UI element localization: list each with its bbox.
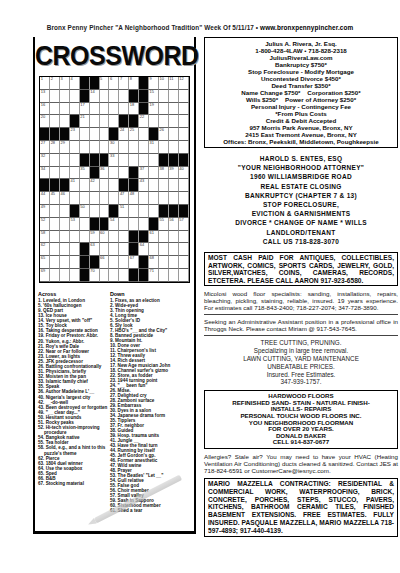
grid-cell[interactable]: 12 [179,77,189,90]
cell-number: 18 [130,103,134,107]
grid-cell[interactable]: 3 [60,77,70,90]
black-square [80,243,90,256]
grid-cell[interactable] [80,128,90,141]
grid-cell[interactable]: 43 [139,179,149,192]
grid-cell[interactable]: 1 [40,77,50,90]
header-text: Bronx Penny Pincher "A Neighborhood Trad… [47,24,258,31]
cell-number: 35 [80,167,84,171]
cell-number: 20 [41,115,45,119]
cell-number: 31 [150,141,154,145]
grid-cell[interactable] [60,103,70,116]
grid-cell[interactable] [139,218,149,231]
ad-line: HAROLD S. ENTES, ESQ [204,154,398,163]
cell-number: 11 [169,77,173,81]
grid-cell[interactable] [169,256,179,269]
ad-line: JuliusRiveraLaw.com [208,54,394,61]
grid-cell[interactable]: 6 [109,77,119,90]
grid-cell[interactable] [70,256,80,269]
grid-cell[interactable]: 41 [70,179,80,192]
ad-line: *From Plus Costs [208,110,394,117]
grid-cell[interactable] [100,90,110,103]
grid-cell[interactable] [179,231,189,244]
cell-number: 64 [140,243,144,247]
cell-number: 71 [150,269,154,273]
grid-cell[interactable]: 64 [139,243,149,256]
grid-cell[interactable] [70,141,80,154]
crossword-panel: CROSSWORD 123456789101112131415161718192… [33,37,196,534]
grid-cell[interactable]: 10 [159,77,169,90]
grid-cell[interactable] [169,128,179,141]
header-url[interactable]: www.bronxpennypincher.com [260,24,353,31]
grid-cell[interactable]: 32 [40,154,50,167]
cell-number: 30 [110,141,114,145]
black-square [139,90,149,103]
cell-number: 33 [110,154,114,158]
grid-cell[interactable] [159,90,169,103]
grid-cell[interactable] [159,192,169,205]
cell-number: 42 [90,179,94,183]
grid-cell[interactable] [139,205,149,218]
black-square [80,256,90,269]
grid-cell[interactable]: 25 [129,128,139,141]
grid-cell[interactable] [109,90,119,103]
grid-cell[interactable] [90,192,100,205]
grid-cell[interactable]: 46 [60,192,70,205]
grid-cell[interactable] [169,179,179,192]
black-square [109,205,119,218]
grid-cell[interactable]: 29 [60,141,70,154]
ad-harold-entes: HAROLD S. ENTES, ESQ"YOUR NEIGHBORHOOD A… [204,154,398,246]
cell-number: 68 [150,256,154,260]
grid-cell[interactable]: 67 [129,256,139,269]
grid-cell[interactable] [100,128,110,141]
grid-cell[interactable]: 2 [50,77,60,90]
grid-cell[interactable] [129,141,139,154]
grid-cell[interactable] [70,269,80,282]
ad-line: 1-800-428-4LAW • 718-828-2318 [208,47,394,54]
grid-cell[interactable]: 57 [179,218,189,231]
grid-cell[interactable] [50,256,60,269]
grid-cell[interactable] [159,179,169,192]
grid-cell[interactable] [119,167,129,180]
grid-cell[interactable]: 38 [159,167,169,180]
grid-cell[interactable] [169,103,179,116]
cell-number: 44 [41,192,45,196]
ad-line: CALL US 718-828-3070 [204,237,398,246]
ad-micolosi-floors: Micolosi wood floor specialists: sanding… [204,290,398,315]
cell-number: 28 [51,141,55,145]
grid-cell[interactable] [70,90,80,103]
grid-cell[interactable] [50,154,60,167]
grid-cell[interactable] [179,256,189,269]
grid-cell[interactable]: 39 [169,167,179,180]
cell-number: 59 [90,231,94,235]
ad-line: Credit & Debit Accepted [208,117,394,124]
grid-cell[interactable]: 21 [80,115,90,128]
grid-cell[interactable] [119,103,129,116]
grid-cell[interactable] [100,103,110,116]
grid-cell[interactable]: 34 [40,167,50,180]
ad-line: Name Change $750* Corporation $250* [208,89,394,96]
grid-cell[interactable] [60,231,70,244]
cell-number: 69 [41,269,45,273]
cell-number: 51 [120,205,124,209]
grid-cell[interactable] [60,256,70,269]
grid-cell[interactable] [129,205,139,218]
clue-section: Across 1. Leveled, in London5. '60s hall… [38,291,191,513]
black-square [139,269,149,282]
cell-number: 29 [61,141,65,145]
grid-cell[interactable] [139,141,149,154]
cell-number: 9 [150,77,152,81]
grid-cell[interactable] [159,141,169,154]
page-header: Bronx Penny Pincher "A Neighborhood Trad… [0,24,400,31]
cell-number: 62 [41,243,45,247]
across-list: 1. Leveled, in London5. '60s hallucinoge… [38,298,110,486]
grid-cell[interactable]: 53 [70,218,80,231]
grid-cell[interactable] [169,231,179,244]
grid-cell[interactable] [70,231,80,244]
black-square [80,269,90,282]
grid-cell[interactable]: 35 [80,167,90,180]
black-square [169,205,179,218]
cell-number: 67 [130,256,134,260]
grid-cell[interactable] [169,243,179,256]
grid-cell[interactable]: 61 [149,231,159,244]
grid-cell[interactable] [159,256,169,269]
grid-cell[interactable]: 45 [50,192,60,205]
ad-line: CELL 914-837-0677 [208,439,394,446]
grid-cell[interactable] [90,205,100,218]
ad-line: BANKRUPTCY (CHAPTER 7 & 13) [204,191,398,200]
grid-cell[interactable] [179,90,189,103]
cell-number: 39 [169,167,173,171]
grid-cell[interactable] [179,243,189,256]
ad-line: Deed Transfer $350* [208,82,394,89]
grid-cell[interactable] [100,269,110,282]
ad-line: 2415 East Tremont Avenue, Bronx, NY [208,131,394,138]
grid-cell[interactable] [129,154,139,167]
black-square [100,218,110,231]
cell-number: 50 [80,205,84,209]
cell-number: 41 [70,179,74,183]
black-square [80,154,90,167]
cell-number: 16 [41,103,45,107]
grid-cell[interactable] [139,192,149,205]
black-square [70,205,80,218]
cell-number: 54 [110,218,114,222]
cell-number: 43 [140,179,144,183]
cell-number: 1 [41,77,43,81]
grid-cell[interactable] [80,231,90,244]
ad-hardwood-floors: HARDWOOD FLOORSREFINISHED SAND- STAIN - … [204,390,398,449]
grid-cell[interactable] [179,115,189,128]
grid-cell[interactable] [60,90,70,103]
grid-cell[interactable]: 30 [109,141,119,154]
grid-cell[interactable] [149,205,159,218]
grid-cell[interactable] [149,192,159,205]
grid-cell[interactable] [119,141,129,154]
grid-cell[interactable] [50,103,60,116]
grid-cell[interactable]: 40 [179,167,189,180]
grid-cell[interactable] [50,90,60,103]
grid-cell[interactable] [169,192,179,205]
grid-cell[interactable] [70,243,80,256]
grid-cell[interactable] [109,103,119,116]
clue-item: 52. Hi-tech vision-improving procedure [38,425,110,435]
grid-cell[interactable]: 42 [90,179,100,192]
grid-cell[interactable] [179,179,189,192]
grid-cell[interactable]: 26 [159,128,169,141]
grid-cell[interactable]: 23 [70,128,80,141]
grid-cell[interactable] [119,269,129,282]
black-square [139,77,149,90]
cell-number: 37 [140,167,144,171]
grid-cell[interactable] [169,141,179,154]
grid-cell[interactable]: 50 [80,205,90,218]
cell-number: 23 [70,128,74,132]
grid-cell[interactable]: 70 [90,269,100,282]
grid-cell[interactable]: 19 [149,103,159,116]
ad-line: Julius A. Rivera, Jr. Esq. [208,40,394,47]
ad-line: UNBEATABLE PRICES. [204,363,398,371]
grid-cell[interactable] [149,115,159,128]
grid-cell[interactable] [50,231,60,244]
grid-cell[interactable] [119,90,129,103]
grid-cell[interactable]: 14 [90,90,100,103]
down-header: Down [110,291,191,297]
grid-cell[interactable] [80,179,90,192]
down-column: Down 1. Fixes, as an election2. Wide-eye… [110,291,191,513]
grid-cell[interactable] [100,192,110,205]
ad-line: "YOUR NEIGHBORHOOD ATTORNEY" [204,163,398,172]
grid-cell[interactable] [109,167,119,180]
grid-cell[interactable] [179,103,189,116]
grid-cell[interactable] [149,179,159,192]
grid-cell[interactable] [100,205,110,218]
grid-cell[interactable]: 22 [139,115,149,128]
grid-cell[interactable] [70,192,80,205]
grid-cell[interactable] [169,90,179,103]
ad-line: TREE CUTTING, PRUNING. [204,339,398,347]
grid-cell[interactable]: 60 [100,231,110,244]
cell-number: 47 [120,192,124,196]
grid-cell[interactable] [60,269,70,282]
black-square [159,154,169,167]
grid-cell[interactable] [119,218,129,231]
black-square [179,205,189,218]
grid-cell[interactable] [129,218,139,231]
grid-cell[interactable] [169,115,179,128]
ad-line: DIVORCE * CHANGE OF NAME * WILLS [204,218,398,227]
grid-cell[interactable] [80,218,90,231]
grid-cell[interactable]: 48 [129,192,139,205]
grid-cell[interactable] [149,167,159,180]
ad-line: Offices: Bronx, Peekskill, Middletown, P… [208,138,394,145]
black-square [129,269,139,282]
ad-line: Personal Injury - Contingency Fee [208,103,394,110]
ad-line: REAL ESTATE CLOSING [204,182,398,191]
cell-number: 24 [120,128,124,132]
newspaper-page: Bronx Penny Pincher "A Neighborhood Trad… [0,0,400,573]
black-square [169,154,179,167]
grid-cell[interactable]: 69 [40,269,50,282]
ad-line: LAWN CUTTING, YARD MAINTENANCE [204,355,398,363]
grid-cell[interactable] [50,167,60,180]
grid-cell[interactable] [159,231,169,244]
grid-cell[interactable] [60,218,70,231]
ad-line: Bankruptcy $750* [208,61,394,68]
grid-cell[interactable] [100,115,110,128]
grid-cell[interactable] [90,141,100,154]
grid-cell[interactable] [179,269,189,282]
clue-item: 58. Sold, e.g., and a hint to this puzzl… [38,445,110,455]
grid-cell[interactable] [109,269,119,282]
grid-cell[interactable] [80,141,90,154]
grid-cell[interactable]: 33 [109,154,119,167]
grid-cell[interactable] [50,115,60,128]
grid-cell[interactable] [109,243,119,256]
cell-number: 15 [150,90,154,94]
grid-cell[interactable] [139,128,149,141]
grid-cell[interactable] [70,154,80,167]
grid-cell[interactable]: 11 [169,77,179,90]
cell-number: 57 [179,218,183,222]
cell-number: 10 [159,77,163,81]
grid-cell[interactable] [50,205,60,218]
grid-cell[interactable] [179,192,189,205]
grid-cell[interactable] [90,115,100,128]
cell-number: 53 [70,218,74,222]
grid-cell[interactable] [60,115,70,128]
cell-number: 8 [130,77,132,81]
ad-line: 347-939-1757. [204,378,398,386]
cell-number: 5 [100,77,102,81]
grid-cell[interactable] [159,243,169,256]
ad-line: Stop Foreclosure - Modify Mortgage [208,68,394,75]
grid-cell[interactable] [60,243,70,256]
down-list: 1. Fixes, as an election2. Wide-eyed3. T… [110,298,191,513]
cell-number: 49 [41,205,45,209]
grid-cell[interactable]: 56 [169,218,179,231]
grid-cell[interactable] [90,103,100,116]
grid-cell[interactable] [119,231,129,244]
grid-cell[interactable] [70,103,80,116]
grid-cell[interactable] [159,103,169,116]
ad-line: Insured. Free Estimates. [204,371,398,379]
across-column: Across 1. Leveled, in London5. '60s hall… [38,291,110,513]
grid-cell[interactable] [100,179,110,192]
cell-number: 26 [159,128,163,132]
grid-cell[interactable] [179,141,189,154]
grid-cell[interactable]: 54 [109,218,119,231]
crossword-grid[interactable]: 1234567891011121314151617181920212223242… [39,76,190,283]
grid-cell[interactable]: 20 [40,115,50,128]
grid-cell[interactable]: 63 [90,243,100,256]
grid-cell[interactable]: 9 [149,77,159,90]
grid-cell[interactable]: 5 [100,77,110,90]
grid-cell[interactable] [90,128,100,141]
grid-cell[interactable] [119,256,129,269]
cell-number: 32 [41,154,45,158]
grid-cell[interactable]: 52 [40,218,50,231]
cell-number: 52 [41,218,45,222]
cell-number: 13 [41,90,45,94]
grid-cell[interactable] [169,269,179,282]
cell-number: 4 [70,77,72,81]
ad-line: EVICTION & GARNISHMENTS [204,209,398,218]
grid-cell[interactable]: 27 [40,141,50,154]
grid-cell[interactable]: 31 [149,141,159,154]
cell-number: 25 [130,128,134,132]
grid-cell[interactable]: 55 [159,218,169,231]
cell-number: 36 [100,167,104,171]
grid-cell[interactable] [109,231,119,244]
grid-cell[interactable] [179,128,189,141]
grid-cell[interactable] [50,243,60,256]
grid-cell[interactable] [119,243,129,256]
grid-cell[interactable]: 71 [149,269,159,282]
ad-line: Wills $250* Power of Attorney $250* [208,96,394,103]
grid-cell[interactable] [50,218,60,231]
black-square [90,218,100,231]
across-header: Across [38,291,110,297]
grid-cell[interactable]: 4 [70,77,80,90]
grid-cell[interactable]: 36 [100,167,110,180]
grid-cell[interactable] [100,141,110,154]
ad-line: 1960 WILLIAMSBRIDGE ROAD [204,172,398,181]
grid-cell[interactable] [60,167,70,180]
grid-cell[interactable]: 66 [100,256,110,269]
grid-cell[interactable] [60,205,70,218]
grid-cell[interactable]: 8 [129,77,139,90]
grid-cell[interactable] [60,154,70,167]
grid-cell[interactable] [109,179,119,192]
ad-line: 957 Morris Park Avenue, Bronx, NY [208,124,394,131]
grid-cell[interactable] [149,154,159,167]
grid-cell[interactable]: 28 [50,141,60,154]
grid-cell[interactable] [109,192,119,205]
cell-number: 56 [169,218,173,222]
cell-number: 40 [179,167,183,171]
grid-cell[interactable] [109,115,119,128]
cell-number: 63 [90,243,94,247]
grid-cell[interactable] [119,154,129,167]
cell-number: 60 [100,231,104,235]
grid-cell[interactable]: 49 [40,205,50,218]
grid-cell[interactable] [109,256,119,269]
grid-cell[interactable]: 51 [119,205,129,218]
grid-cell[interactable]: 15 [149,90,159,103]
grid-cell[interactable] [50,269,60,282]
black-square [179,154,189,167]
cell-number: 21 [80,115,84,119]
cell-number: 61 [150,231,154,235]
cell-number: 7 [120,77,122,81]
ad-mario-mazzella: MARIO MAZZELLA CONTRACTING: RESIDENTIAL … [204,478,398,537]
clue-item: 67. Stocking material [38,481,110,486]
grid-cell[interactable]: 7 [119,77,129,90]
grid-cell[interactable]: 13 [40,90,50,103]
grid-cell[interactable] [139,154,149,167]
ad-hvac-ducts: Allergies? Stale air? You may need to ha… [204,453,398,474]
black-square [159,205,169,218]
grid-cell[interactable]: 24 [119,128,129,141]
clue-item: 61. Shed a tear [110,508,191,513]
cell-number: 65 [41,256,45,260]
grid-cell[interactable]: 18 [129,103,139,116]
grid-cell[interactable] [159,269,169,282]
